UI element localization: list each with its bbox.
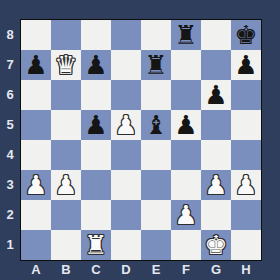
square-g8[interactable] [201, 20, 231, 50]
square-f3[interactable] [171, 170, 201, 200]
square-c5[interactable]: ♟ [81, 110, 111, 140]
square-e8[interactable] [141, 20, 171, 50]
piece-black-pawn-g6[interactable]: ♟ [204, 80, 227, 110]
file-label-g: G [201, 261, 231, 280]
file-label-d: D [111, 261, 141, 280]
file-label-b: B [51, 261, 81, 280]
square-g1[interactable]: ♚ [201, 230, 231, 260]
square-d4[interactable] [111, 140, 141, 170]
square-d2[interactable] [111, 200, 141, 230]
piece-black-pawn-h7[interactable]: ♟ [234, 50, 257, 80]
square-h4[interactable] [231, 140, 261, 170]
square-b1[interactable] [51, 230, 81, 260]
rank-label-5: 5 [0, 110, 20, 140]
square-e2[interactable] [141, 200, 171, 230]
piece-white-rook-c1[interactable]: ♜ [84, 230, 107, 260]
piece-white-queen-b7[interactable]: ♛ [54, 50, 77, 80]
square-f5[interactable]: ♟ [171, 110, 201, 140]
square-b3[interactable]: ♟ [51, 170, 81, 200]
square-b2[interactable] [51, 200, 81, 230]
square-b4[interactable] [51, 140, 81, 170]
piece-white-pawn-g3[interactable]: ♟ [204, 170, 227, 200]
piece-black-pawn-c7[interactable]: ♟ [84, 50, 107, 80]
square-f4[interactable] [171, 140, 201, 170]
square-h6[interactable] [231, 80, 261, 110]
piece-white-pawn-d5[interactable]: ♟ [114, 110, 137, 140]
square-e5[interactable]: ♝ [141, 110, 171, 140]
rank-label-7: 7 [0, 50, 20, 80]
square-e3[interactable] [141, 170, 171, 200]
piece-black-rook-f8[interactable]: ♜ [174, 20, 197, 50]
square-d7[interactable] [111, 50, 141, 80]
square-a1[interactable] [21, 230, 51, 260]
square-c4[interactable] [81, 140, 111, 170]
chess-board: ♜♚♟♛♟♜♟♟♟♟♝♟♟♟♟♟♟♜♚ [20, 19, 262, 261]
square-d5[interactable]: ♟ [111, 110, 141, 140]
piece-black-bishop-e5[interactable]: ♝ [144, 110, 167, 140]
piece-black-king-h8[interactable]: ♚ [234, 20, 257, 50]
square-h7[interactable]: ♟ [231, 50, 261, 80]
piece-black-pawn-f5[interactable]: ♟ [174, 110, 197, 140]
file-label-h: H [231, 261, 261, 280]
rank-label-6: 6 [0, 80, 20, 110]
square-a7[interactable]: ♟ [21, 50, 51, 80]
square-c1[interactable]: ♜ [81, 230, 111, 260]
file-label-f: F [171, 261, 201, 280]
rank-label-8: 8 [0, 20, 20, 50]
square-g4[interactable] [201, 140, 231, 170]
square-a5[interactable] [21, 110, 51, 140]
square-b6[interactable] [51, 80, 81, 110]
square-g5[interactable] [201, 110, 231, 140]
piece-white-pawn-b3[interactable]: ♟ [54, 170, 77, 200]
square-f8[interactable]: ♜ [171, 20, 201, 50]
piece-black-pawn-a7[interactable]: ♟ [24, 50, 47, 80]
square-h8[interactable]: ♚ [231, 20, 261, 50]
rank-label-1: 1 [0, 230, 20, 260]
square-e6[interactable] [141, 80, 171, 110]
square-f6[interactable] [171, 80, 201, 110]
square-c3[interactable] [81, 170, 111, 200]
rank-label-4: 4 [0, 140, 20, 170]
file-label-e: E [141, 261, 171, 280]
square-a6[interactable] [21, 80, 51, 110]
square-h1[interactable] [231, 230, 261, 260]
square-d1[interactable] [111, 230, 141, 260]
file-label-c: C [81, 261, 111, 280]
piece-black-rook-e7[interactable]: ♜ [144, 50, 167, 80]
square-e4[interactable] [141, 140, 171, 170]
square-h2[interactable] [231, 200, 261, 230]
square-c7[interactable]: ♟ [81, 50, 111, 80]
rank-label-3: 3 [0, 170, 20, 200]
square-c2[interactable] [81, 200, 111, 230]
square-f7[interactable] [171, 50, 201, 80]
file-label-a: A [21, 261, 51, 280]
square-e7[interactable]: ♜ [141, 50, 171, 80]
square-c6[interactable] [81, 80, 111, 110]
square-g6[interactable]: ♟ [201, 80, 231, 110]
chess-diagram: ♜♚♟♛♟♜♟♟♟♟♝♟♟♟♟♟♟♜♚ 87654321 ABCDEFGH [0, 0, 280, 280]
square-a2[interactable] [21, 200, 51, 230]
square-b7[interactable]: ♛ [51, 50, 81, 80]
square-g2[interactable] [201, 200, 231, 230]
piece-white-pawn-a3[interactable]: ♟ [24, 170, 47, 200]
square-c8[interactable] [81, 20, 111, 50]
piece-white-pawn-f2[interactable]: ♟ [174, 200, 197, 230]
square-a3[interactable]: ♟ [21, 170, 51, 200]
square-a8[interactable] [21, 20, 51, 50]
square-e1[interactable] [141, 230, 171, 260]
square-f1[interactable] [171, 230, 201, 260]
square-a4[interactable] [21, 140, 51, 170]
square-f2[interactable]: ♟ [171, 200, 201, 230]
square-d3[interactable] [111, 170, 141, 200]
square-d6[interactable] [111, 80, 141, 110]
square-b8[interactable] [51, 20, 81, 50]
rank-label-2: 2 [0, 200, 20, 230]
square-b5[interactable] [51, 110, 81, 140]
piece-white-pawn-h3[interactable]: ♟ [234, 170, 257, 200]
square-d8[interactable] [111, 20, 141, 50]
square-g3[interactable]: ♟ [201, 170, 231, 200]
square-h3[interactable]: ♟ [231, 170, 261, 200]
piece-black-pawn-c5[interactable]: ♟ [84, 110, 107, 140]
square-h5[interactable] [231, 110, 261, 140]
square-g7[interactable] [201, 50, 231, 80]
piece-white-king-g1[interactable]: ♚ [204, 230, 227, 260]
